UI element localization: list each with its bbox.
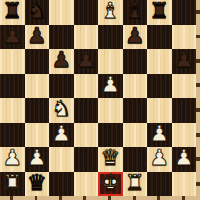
- square-h6[interactable]: ♟: [172, 49, 197, 74]
- square-c6[interactable]: ♟: [49, 49, 74, 74]
- square-b7[interactable]: ♟: [25, 25, 50, 50]
- black-pawn[interactable]: ♟: [51, 49, 71, 71]
- square-b1[interactable]: ♛: [25, 172, 50, 197]
- square-g8[interactable]: ♜: [147, 0, 172, 25]
- square-c8[interactable]: [49, 0, 74, 25]
- square-h5[interactable]: [172, 74, 197, 99]
- square-c3[interactable]: ♟: [49, 123, 74, 148]
- square-d2[interactable]: [74, 147, 99, 172]
- square-g1[interactable]: [147, 172, 172, 197]
- white-rook[interactable]: ♜: [125, 172, 145, 194]
- square-h7[interactable]: [172, 25, 197, 50]
- chess-board: ♜♞♝♝♜♟♟♟♟♟♟♟♞♟♟♟♟♛♟♟♜♛♚♜: [0, 0, 196, 196]
- white-pawn[interactable]: ♟: [100, 74, 120, 96]
- black-queen[interactable]: ♛: [27, 172, 47, 194]
- square-a4[interactable]: [0, 98, 25, 123]
- square-a7[interactable]: ♟: [0, 25, 25, 50]
- square-h4[interactable]: [172, 98, 197, 123]
- square-c5[interactable]: [49, 74, 74, 99]
- square-g2[interactable]: ♟: [147, 147, 172, 172]
- square-f3[interactable]: [123, 123, 148, 148]
- square-b3[interactable]: [25, 123, 50, 148]
- black-knight[interactable]: ♞: [27, 0, 47, 22]
- black-pawn[interactable]: ♟: [76, 49, 96, 71]
- square-g5[interactable]: [147, 74, 172, 99]
- square-c1[interactable]: [49, 172, 74, 197]
- square-g4[interactable]: [147, 98, 172, 123]
- square-f7[interactable]: ♟: [123, 25, 148, 50]
- white-pawn[interactable]: ♟: [149, 147, 169, 169]
- square-d7[interactable]: [74, 25, 99, 50]
- square-e2[interactable]: ♛: [98, 147, 123, 172]
- square-g3[interactable]: ♟: [147, 123, 172, 148]
- square-d4[interactable]: [74, 98, 99, 123]
- square-e4[interactable]: [98, 98, 123, 123]
- square-a6[interactable]: [0, 49, 25, 74]
- square-a8[interactable]: ♜: [0, 0, 25, 25]
- square-h1[interactable]: [172, 172, 197, 197]
- black-pawn[interactable]: ♟: [2, 25, 22, 47]
- square-c7[interactable]: [49, 25, 74, 50]
- square-f2[interactable]: [123, 147, 148, 172]
- white-king[interactable]: ♚: [100, 172, 120, 194]
- square-g6[interactable]: [147, 49, 172, 74]
- black-rook[interactable]: ♜: [149, 0, 169, 22]
- square-d1[interactable]: [74, 172, 99, 197]
- black-pawn[interactable]: ♟: [125, 25, 145, 47]
- white-pawn[interactable]: ♟: [174, 147, 194, 169]
- black-pawn[interactable]: ♟: [174, 49, 194, 71]
- white-pawn[interactable]: ♟: [51, 123, 71, 145]
- square-d8[interactable]: [74, 0, 99, 25]
- white-pawn[interactable]: ♟: [2, 147, 22, 169]
- square-h3[interactable]: [172, 123, 197, 148]
- square-d5[interactable]: [74, 74, 99, 99]
- square-f1[interactable]: ♜: [123, 172, 148, 197]
- square-a5[interactable]: [0, 74, 25, 99]
- square-e1[interactable]: ♚: [98, 172, 123, 197]
- black-rook[interactable]: ♜: [2, 0, 22, 22]
- square-c4[interactable]: ♞: [49, 98, 74, 123]
- white-pawn[interactable]: ♟: [149, 123, 169, 145]
- white-pawn[interactable]: ♟: [27, 147, 47, 169]
- square-b4[interactable]: [25, 98, 50, 123]
- square-f5[interactable]: [123, 74, 148, 99]
- square-f6[interactable]: [123, 49, 148, 74]
- square-c2[interactable]: [49, 147, 74, 172]
- square-a2[interactable]: ♟: [0, 147, 25, 172]
- black-bishop[interactable]: ♝: [125, 0, 145, 22]
- white-rook[interactable]: ♜: [2, 172, 22, 194]
- board-frame-right: [196, 0, 200, 200]
- white-bishop[interactable]: ♝: [100, 0, 120, 22]
- square-g7[interactable]: [147, 25, 172, 50]
- square-h8[interactable]: [172, 0, 197, 25]
- white-knight[interactable]: ♞: [51, 98, 71, 120]
- square-d6[interactable]: ♟: [74, 49, 99, 74]
- square-h2[interactable]: ♟: [172, 147, 197, 172]
- square-f4[interactable]: [123, 98, 148, 123]
- square-e5[interactable]: ♟: [98, 74, 123, 99]
- square-e7[interactable]: [98, 25, 123, 50]
- square-e3[interactable]: [98, 123, 123, 148]
- square-b8[interactable]: ♞: [25, 0, 50, 25]
- square-a3[interactable]: [0, 123, 25, 148]
- square-e8[interactable]: ♝: [98, 0, 123, 25]
- board-frame-bottom: [0, 196, 200, 200]
- square-b5[interactable]: [25, 74, 50, 99]
- chess-app: ♜♞♝♝♜♟♟♟♟♟♟♟♞♟♟♟♟♛♟♟♜♛♚♜: [0, 0, 200, 200]
- black-pawn[interactable]: ♟: [27, 25, 47, 47]
- white-queen[interactable]: ♛: [100, 147, 120, 169]
- square-e6[interactable]: [98, 49, 123, 74]
- square-d3[interactable]: [74, 123, 99, 148]
- square-b2[interactable]: ♟: [25, 147, 50, 172]
- square-a1[interactable]: ♜: [0, 172, 25, 197]
- square-b6[interactable]: [25, 49, 50, 74]
- square-f8[interactable]: ♝: [123, 0, 148, 25]
